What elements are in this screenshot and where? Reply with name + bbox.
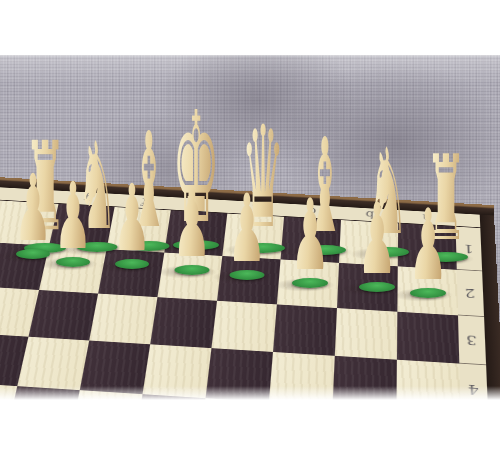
- pawn-glyph: ♟: [54, 170, 92, 262]
- chess-set-photo: hgfedcba1122334455667788 ♚♝♞♜♛♝♞♟♜♟♟♟♟♟♟…: [0, 0, 500, 450]
- pawn-glyph: ♟: [408, 195, 448, 293]
- pawn-glyph: ♟: [357, 189, 397, 287]
- square-e3: [150, 297, 217, 348]
- rank-label-3: 3: [458, 315, 486, 365]
- pawn-glyph: ♟: [14, 162, 52, 254]
- white-backdrop-bottom: [0, 386, 500, 450]
- square-g3: [28, 290, 98, 341]
- square-f3: [89, 294, 157, 345]
- square-d3: [211, 301, 276, 352]
- pawn-glyph: ♟: [173, 176, 212, 270]
- pawn-glyph: ♟: [113, 172, 151, 264]
- pawn-glyph: ♟: [228, 181, 267, 275]
- square-g4: [17, 337, 89, 390]
- pawn-glyph: ♟: [290, 185, 330, 283]
- square-c3: [273, 304, 337, 355]
- rank-label-2: 2: [457, 270, 484, 317]
- square-b3: [335, 308, 398, 360]
- square-a3: [397, 312, 459, 364]
- white-backdrop-top: [0, 0, 500, 57]
